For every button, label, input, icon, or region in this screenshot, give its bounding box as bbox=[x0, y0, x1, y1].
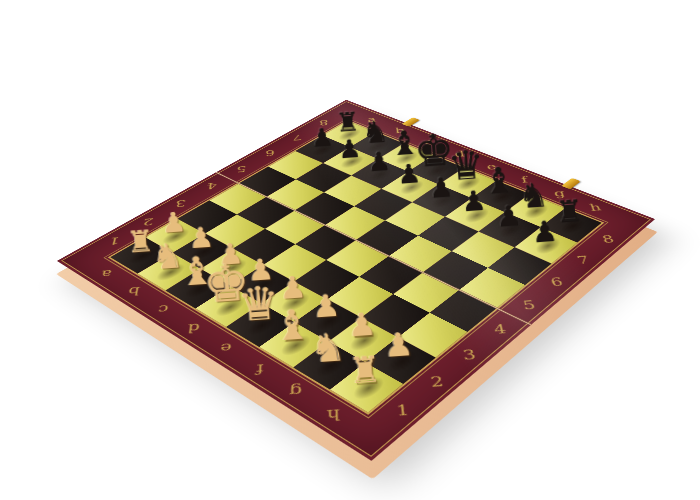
piece-black-pawn-h7[interactable]: ♟ bbox=[531, 217, 559, 247]
piece-black-pawn-g7[interactable]: ♟ bbox=[495, 202, 522, 232]
piece-black-queen-e8[interactable]: ♛ bbox=[447, 144, 485, 186]
piece-white-rook-h1[interactable]: ♜ bbox=[348, 352, 382, 390]
piece-black-pawn-c7[interactable]: ♟ bbox=[366, 149, 391, 176]
piece-black-pawn-b7[interactable]: ♟ bbox=[338, 137, 362, 164]
piece-black-pawn-d7[interactable]: ♟ bbox=[397, 161, 422, 189]
piece-white-bishop-f1[interactable]: ♝ bbox=[272, 304, 312, 348]
piece-white-pawn-g2[interactable]: ♟ bbox=[347, 309, 377, 343]
piece-black-pawn-e7[interactable]: ♟ bbox=[428, 174, 454, 202]
file-label-left-a: a bbox=[84, 260, 127, 289]
piece-black-knight-b8[interactable]: ♞ bbox=[361, 116, 390, 148]
piece-black-rook-a8[interactable]: ♜ bbox=[335, 109, 360, 136]
piece-white-pawn-h2[interactable]: ♟ bbox=[383, 328, 414, 362]
piece-white-pawn-a2[interactable]: ♟ bbox=[161, 209, 187, 238]
piece-black-knight-g8[interactable]: ♞ bbox=[518, 178, 550, 213]
piece-black-bishop-f8[interactable]: ♝ bbox=[482, 162, 516, 200]
board-face: 12345678 12345678 abcdefgh abcdefgh ♜♟♟♜… bbox=[57, 100, 655, 461]
chess-board: 12345678 12345678 abcdefgh abcdefgh ♜♟♟♜… bbox=[57, 100, 655, 461]
piece-white-pawn-f2[interactable]: ♟ bbox=[312, 290, 342, 323]
piece-black-rook-h8[interactable]: ♜ bbox=[555, 196, 584, 228]
piece-white-pawn-e2[interactable]: ♟ bbox=[279, 272, 308, 304]
play-area: ♜♟♟♜♞♟♟♞♝♟♟♝♚♟♟♚♛♟♟♛♝♟♟♝♞♟♟♞♜♟♟♜ bbox=[108, 120, 605, 415]
piece-black-pawn-f7[interactable]: ♟ bbox=[461, 188, 487, 217]
piece-black-pawn-a7[interactable]: ♟ bbox=[310, 125, 334, 151]
piece-white-knight-g1[interactable]: ♞ bbox=[309, 327, 347, 369]
